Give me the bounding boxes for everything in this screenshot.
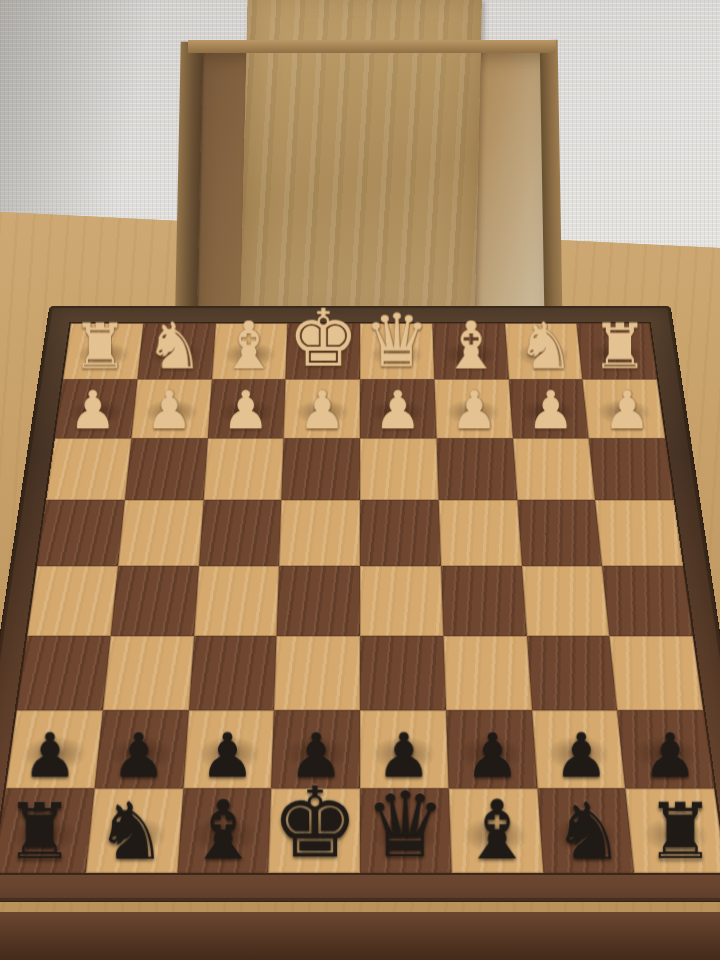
piece-black-king[interactable]: ♚ <box>271 773 358 870</box>
square-b6[interactable] <box>526 636 617 710</box>
square-c8[interactable]: ♝ <box>449 789 543 873</box>
square-c7[interactable]: ♟ <box>446 710 537 789</box>
piece-white-knight[interactable]: ♞ <box>146 314 204 378</box>
piece-white-rook[interactable]: ♜ <box>72 315 128 377</box>
piece-white-pawn[interactable]: ♟ <box>603 384 650 437</box>
square-h1[interactable]: ♜ <box>63 324 143 380</box>
piece-white-king[interactable]: ♚ <box>288 299 359 378</box>
square-g1[interactable]: ♞ <box>137 324 215 380</box>
square-g4[interactable] <box>118 500 203 566</box>
square-b3[interactable] <box>513 438 596 500</box>
piece-black-bishop[interactable]: ♝ <box>186 789 259 870</box>
piece-black-pawn[interactable]: ♟ <box>465 725 520 786</box>
square-g3[interactable] <box>125 438 208 500</box>
chess-board: ♜♞♝♚♛♝♞♜♟♟♟♟♟♟♟♟♟♟♟♟♟♟♟♟♜♞♝♚♛♝♞♜ <box>10 216 710 916</box>
piece-white-pawn[interactable]: ♟ <box>70 384 117 437</box>
square-a7[interactable]: ♟ <box>617 710 714 789</box>
board-near-frame <box>0 912 720 960</box>
square-b5[interactable] <box>522 566 610 636</box>
square-f4[interactable] <box>199 500 282 566</box>
square-a2[interactable]: ♟ <box>583 379 665 438</box>
piece-white-pawn[interactable]: ♟ <box>527 384 574 437</box>
piece-white-pawn[interactable]: ♟ <box>298 384 345 437</box>
square-f3[interactable] <box>203 438 284 500</box>
square-g8[interactable]: ♞ <box>86 789 183 873</box>
square-a3[interactable] <box>589 438 674 500</box>
square-d6[interactable] <box>360 636 446 710</box>
square-c1[interactable]: ♝ <box>432 324 508 380</box>
piece-black-pawn[interactable]: ♟ <box>111 725 166 786</box>
square-f6[interactable] <box>188 636 276 710</box>
square-e5[interactable] <box>277 566 360 636</box>
square-h6[interactable] <box>17 636 111 710</box>
square-h5[interactable] <box>27 566 118 636</box>
square-d2[interactable]: ♟ <box>360 379 436 438</box>
piece-white-bishop[interactable]: ♝ <box>219 312 278 378</box>
piece-white-pawn[interactable]: ♟ <box>451 384 498 437</box>
photo-scene: ♜♞♝♚♛♝♞♜♟♟♟♟♟♟♟♟♟♟♟♟♟♟♟♟♜♞♝♚♛♝♞♜ <box>0 0 720 960</box>
piece-white-queen[interactable]: ♛ <box>364 304 430 377</box>
square-c3[interactable] <box>436 438 517 500</box>
square-f8[interactable]: ♝ <box>177 789 271 873</box>
square-e2[interactable]: ♟ <box>284 379 360 438</box>
square-e4[interactable] <box>279 500 360 566</box>
piece-white-bishop[interactable]: ♝ <box>442 312 501 378</box>
square-c4[interactable] <box>438 500 521 566</box>
square-g6[interactable] <box>103 636 194 710</box>
square-d4[interactable] <box>360 500 441 566</box>
square-a1[interactable]: ♜ <box>577 324 657 380</box>
square-b8[interactable]: ♞ <box>537 789 634 873</box>
square-a8[interactable]: ♜ <box>626 789 720 873</box>
square-a4[interactable] <box>595 500 683 566</box>
square-b1[interactable]: ♞ <box>505 324 583 380</box>
piece-black-bishop[interactable]: ♝ <box>461 789 534 870</box>
square-g2[interactable]: ♟ <box>131 379 211 438</box>
storage-box-top-edge <box>188 40 556 53</box>
piece-black-knight[interactable]: ♞ <box>553 791 624 870</box>
board-perspective: ♜♞♝♚♛♝♞♜♟♟♟♟♟♟♟♟♟♟♟♟♟♟♟♟♜♞♝♚♛♝♞♜ <box>0 306 720 903</box>
square-h8[interactable]: ♜ <box>0 789 94 873</box>
piece-white-knight[interactable]: ♞ <box>517 314 575 378</box>
square-a5[interactable] <box>602 566 693 636</box>
square-g5[interactable] <box>110 566 198 636</box>
square-d3[interactable] <box>360 438 438 500</box>
square-e3[interactable] <box>282 438 360 500</box>
square-d1[interactable]: ♛ <box>360 324 434 380</box>
square-h3[interactable] <box>46 438 131 500</box>
piece-black-rook[interactable]: ♜ <box>645 794 714 871</box>
square-h4[interactable] <box>37 500 125 566</box>
square-g7[interactable]: ♟ <box>94 710 188 789</box>
square-b2[interactable]: ♟ <box>508 379 588 438</box>
square-d5[interactable] <box>360 566 443 636</box>
square-b4[interactable] <box>517 500 602 566</box>
piece-black-rook[interactable]: ♜ <box>6 794 75 871</box>
square-e8[interactable]: ♚ <box>269 789 360 873</box>
piece-white-pawn[interactable]: ♟ <box>146 384 193 437</box>
square-h7[interactable]: ♟ <box>6 710 103 789</box>
piece-black-pawn[interactable]: ♟ <box>23 725 78 786</box>
square-c6[interactable] <box>443 636 531 710</box>
square-d8[interactable]: ♛ <box>360 789 451 873</box>
square-b7[interactable]: ♟ <box>532 710 626 789</box>
board-grid: ♜♞♝♚♛♝♞♜♟♟♟♟♟♟♟♟♟♟♟♟♟♟♟♟♜♞♝♚♛♝♞♜ <box>0 324 720 873</box>
piece-white-pawn[interactable]: ♟ <box>374 384 421 437</box>
square-e6[interactable] <box>274 636 360 710</box>
board-frame: ♜♞♝♚♛♝♞♜♟♟♟♟♟♟♟♟♟♟♟♟♟♟♟♟♜♞♝♚♛♝♞♜ <box>0 306 720 903</box>
piece-black-pawn[interactable]: ♟ <box>554 725 609 786</box>
square-f7[interactable]: ♟ <box>183 710 274 789</box>
square-c2[interactable]: ♟ <box>434 379 512 438</box>
square-f5[interactable] <box>194 566 280 636</box>
square-h2[interactable]: ♟ <box>55 379 137 438</box>
square-c5[interactable] <box>441 566 527 636</box>
square-e1[interactable]: ♚ <box>286 324 360 380</box>
piece-white-pawn[interactable]: ♟ <box>222 384 269 437</box>
square-f2[interactable]: ♟ <box>207 379 285 438</box>
piece-black-pawn[interactable]: ♟ <box>642 725 697 786</box>
piece-black-pawn[interactable]: ♟ <box>200 725 255 786</box>
piece-black-knight[interactable]: ♞ <box>96 791 167 870</box>
square-a6[interactable] <box>610 636 704 710</box>
piece-white-rook[interactable]: ♜ <box>592 315 648 377</box>
piece-black-queen[interactable]: ♛ <box>365 780 446 871</box>
square-f1[interactable]: ♝ <box>212 324 288 380</box>
